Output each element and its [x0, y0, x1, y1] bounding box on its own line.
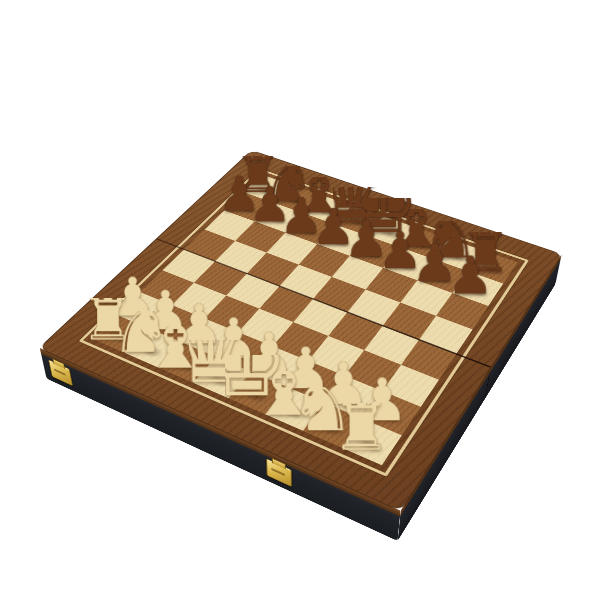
chess-box: ♜♞♝♛♚♝♞♜♟♟♟♟♟♟♟♟♟♟♟♟♟♟♟♟♜♞♝♛♚♝♞♜ [38, 150, 563, 512]
product-photo-scene: ♜♞♝♛♚♝♞♜♟♟♟♟♟♟♟♟♟♟♟♟♟♟♟♟♜♞♝♛♚♝♞♜ [0, 0, 600, 600]
perspective-stage: ♜♞♝♛♚♝♞♜♟♟♟♟♟♟♟♟♟♟♟♟♟♟♟♟♜♞♝♛♚♝♞♜ [0, 0, 600, 600]
